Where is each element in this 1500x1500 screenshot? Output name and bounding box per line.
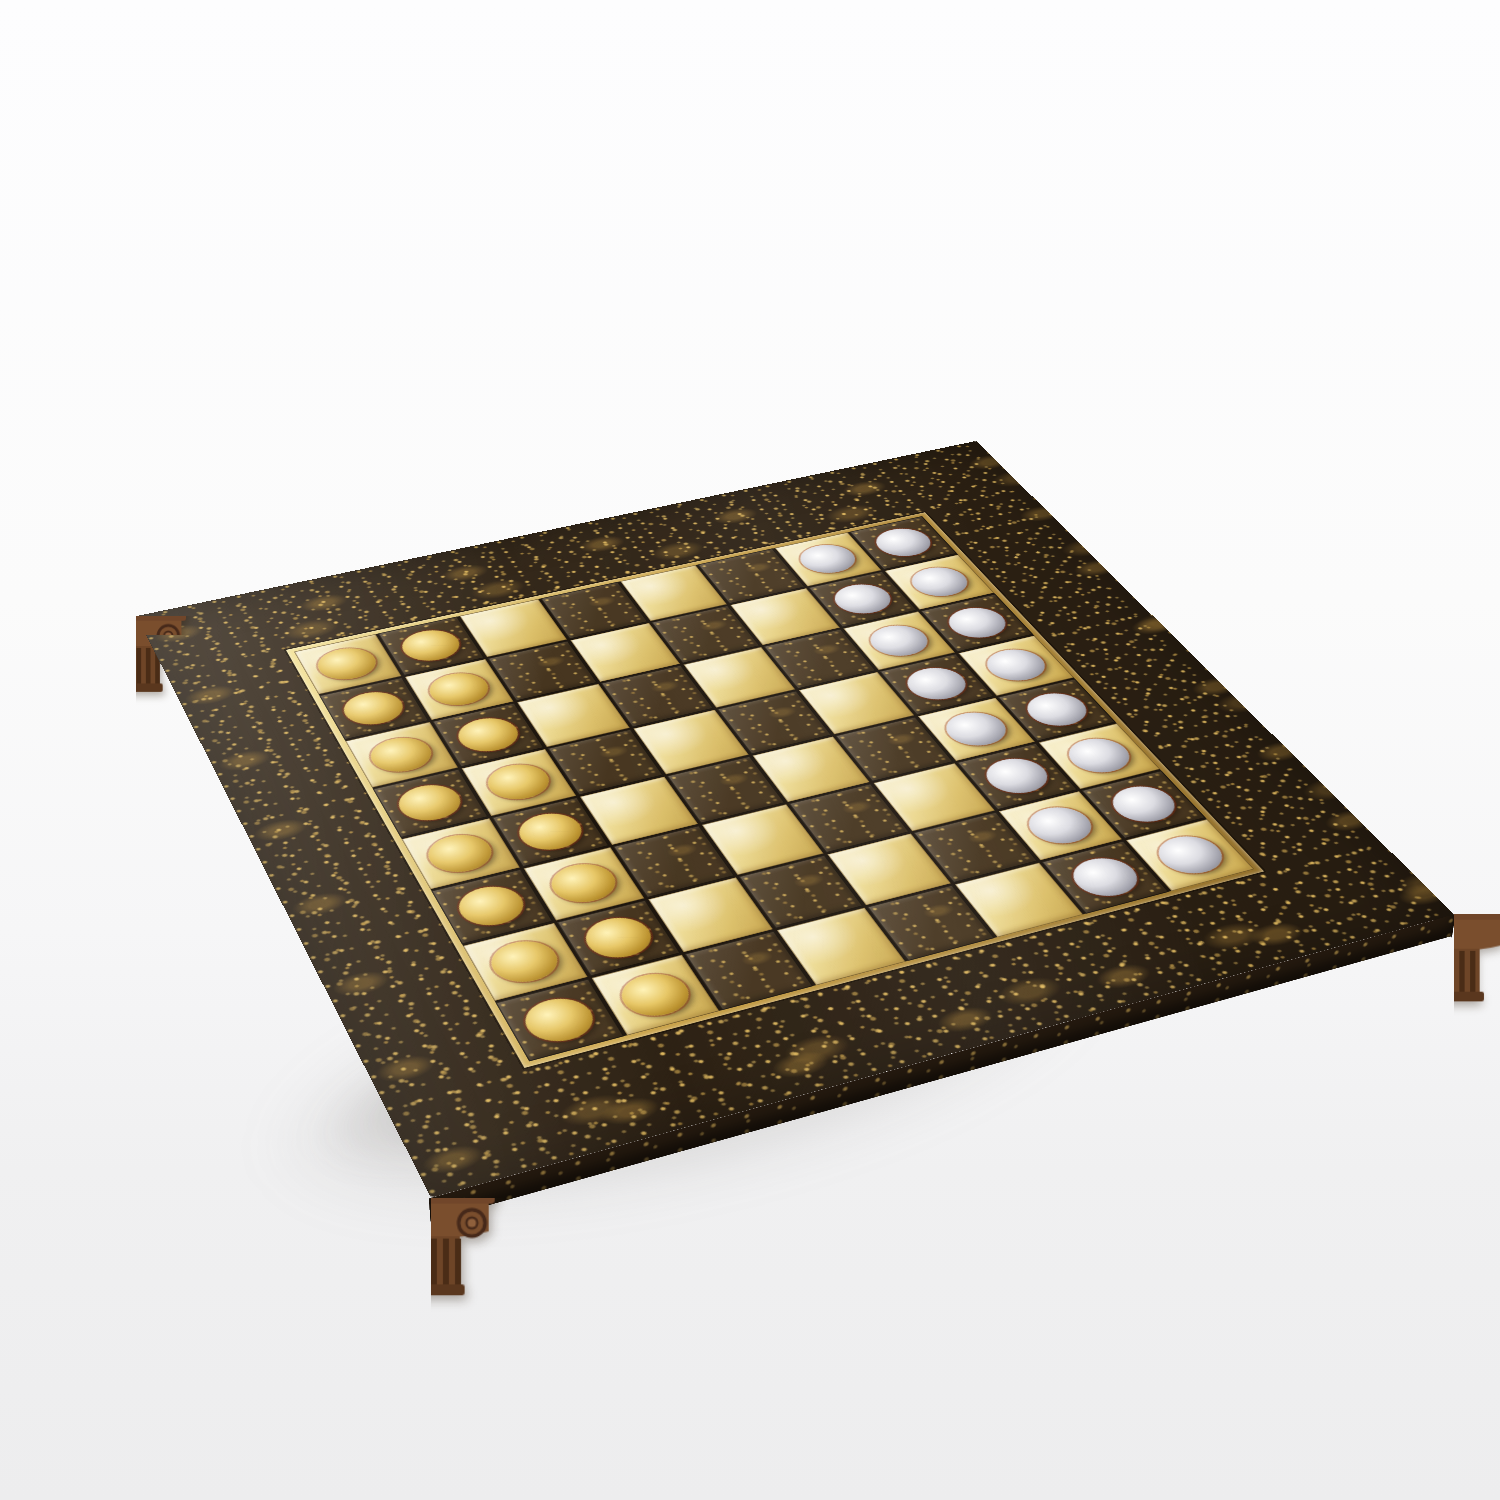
piece-glyph: ♟	[1077, 821, 1134, 881]
square-a5[interactable]	[867, 885, 995, 961]
chess-grid: ♜♟♟♜♞♟♟♞♝♟♟♝♚♟♟♚♛♟♟♛♝♟♟♝♞♟♟♞♜♟♟♜	[294, 516, 1254, 1061]
chess-board: ♜♟♟♜♞♟♟♞♝♟♟♝♚♟♟♚♛♟♟♛♝♟♟♝♞♟♟♞♜♟♟♜	[136, 441, 1453, 1198]
piece-glyph: ♟	[625, 936, 685, 999]
board-brass-trim: ♜♟♟♜♞♟♟♞♝♟♟♝♚♟♟♚♛♟♟♛♝♟♟♝♞♟♟♞♜♟♟♜	[286, 512, 1264, 1068]
board-frame: ♜♟♟♜♞♟♟♞♝♟♟♝♚♟♟♚♛♟♟♛♝♟♟♝♞♟♟♞♜♟♟♜	[136, 441, 1453, 1198]
piece-glyph: ♜	[1156, 787, 1224, 859]
piece-glyph: ♜	[523, 947, 595, 1024]
ionic-capital-foot-front-left	[366, 1183, 496, 1296]
perspective-stage: ♜♟♟♜♞♟♟♞♝♟♟♝♚♟♟♚♛♟♟♛♝♟♟♝♞♟♟♞♜♟♟♜	[0, 0, 1500, 1500]
ionic-capital-icon	[366, 1183, 496, 1296]
